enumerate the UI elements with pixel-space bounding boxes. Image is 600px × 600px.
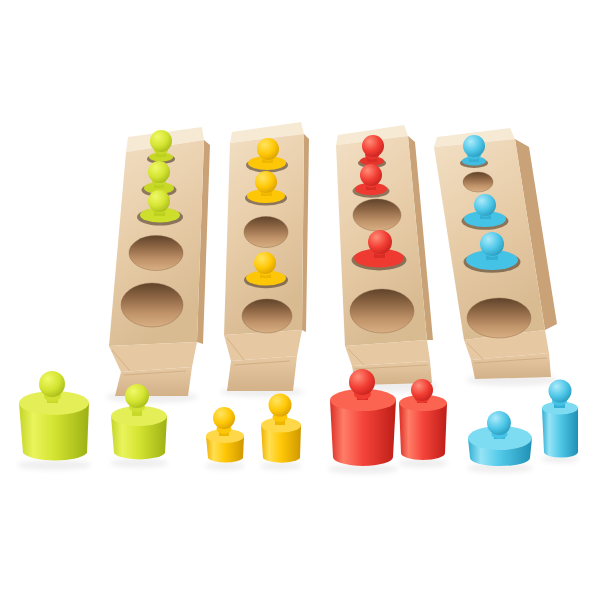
- red-socket-5-empty-hole[interactable]: [350, 289, 414, 333]
- blue-socket-5-empty-hole[interactable]: [467, 298, 531, 338]
- green-socket-4-empty-hole[interactable]: [129, 236, 183, 271]
- yellow-socket-5-empty-hole[interactable]: [242, 299, 292, 333]
- toy-photo: [0, 0, 600, 600]
- yellow-socket-3-empty-hole[interactable]: [244, 217, 288, 248]
- yellow-block-chamfer: [224, 330, 302, 361]
- blue-socket-2-empty-hole[interactable]: [463, 172, 493, 192]
- green-socket-5-empty-hole[interactable]: [121, 283, 183, 327]
- yellow-block: [224, 122, 309, 391]
- red-socket-3-empty-hole[interactable]: [353, 199, 401, 231]
- cylinder-blocks-scene: [0, 0, 600, 600]
- green-block-chamfer: [109, 342, 197, 372]
